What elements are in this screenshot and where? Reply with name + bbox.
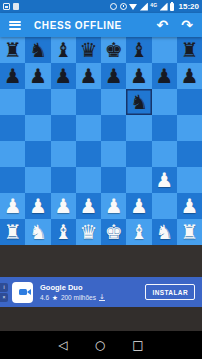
alarm-icon xyxy=(120,3,127,10)
square-e8[interactable]: ♚ xyxy=(101,37,126,63)
data-saver-icon xyxy=(110,3,117,10)
ad-app-name[interactable]: Google Duo xyxy=(40,283,105,292)
background-gap xyxy=(0,245,202,277)
square-e3[interactable] xyxy=(101,167,126,193)
square-f5[interactable] xyxy=(126,115,151,141)
black-bishop: ♝ xyxy=(130,38,148,63)
square-d2[interactable]: ♟ xyxy=(76,193,101,219)
square-a2[interactable]: ♟ xyxy=(0,193,25,219)
square-c8[interactable]: ♝ xyxy=(51,37,76,63)
navigation-bar: ◁ ○ □ xyxy=(0,331,202,359)
square-g8[interactable] xyxy=(152,37,177,63)
white-pawn: ♟ xyxy=(180,194,198,219)
square-c4[interactable] xyxy=(51,141,76,167)
square-b4[interactable] xyxy=(25,141,50,167)
star-icon: ★ xyxy=(52,294,58,302)
home-icon[interactable]: ○ xyxy=(95,339,105,351)
square-h7[interactable]: ♟ xyxy=(177,63,202,89)
square-b5[interactable] xyxy=(25,115,50,141)
white-pawn: ♟ xyxy=(4,194,22,219)
square-b3[interactable] xyxy=(25,167,50,193)
black-pawn: ♟ xyxy=(29,64,47,89)
square-b8[interactable]: ♞ xyxy=(25,37,50,63)
square-f6[interactable]: ♞ xyxy=(126,89,151,115)
menu-icon[interactable] xyxy=(9,21,21,30)
square-e6[interactable] xyxy=(101,89,126,115)
black-bishop: ♝ xyxy=(54,38,72,63)
square-a6[interactable] xyxy=(0,89,25,115)
square-c6[interactable] xyxy=(51,89,76,115)
square-f4[interactable] xyxy=(126,141,151,167)
square-g7[interactable]: ♟ xyxy=(152,63,177,89)
undo-icon[interactable]: ↶ xyxy=(157,18,169,32)
white-pawn: ♟ xyxy=(29,194,47,219)
white-queen: ♛ xyxy=(79,220,97,245)
wifi-icon xyxy=(129,4,137,10)
square-g2[interactable] xyxy=(152,193,177,219)
square-b7[interactable]: ♟ xyxy=(25,63,50,89)
square-e5[interactable] xyxy=(101,115,126,141)
battery-icon xyxy=(170,3,174,11)
square-h8[interactable]: ♜ xyxy=(177,37,202,63)
square-a4[interactable] xyxy=(0,141,25,167)
black-pawn: ♟ xyxy=(180,64,198,89)
square-b2[interactable]: ♟ xyxy=(25,193,50,219)
square-e1[interactable]: ♚ xyxy=(101,219,126,245)
square-d7[interactable]: ♟ xyxy=(76,63,101,89)
black-pawn: ♟ xyxy=(130,64,148,89)
square-d5[interactable] xyxy=(76,115,101,141)
square-f2[interactable]: ♟ xyxy=(126,193,151,219)
square-f8[interactable]: ♝ xyxy=(126,37,151,63)
square-g1[interactable]: ♞ xyxy=(152,219,177,245)
black-pawn: ♟ xyxy=(105,64,123,89)
white-bishop: ♝ xyxy=(130,220,148,245)
square-g4[interactable] xyxy=(152,141,177,167)
recents-icon[interactable]: □ xyxy=(132,339,143,351)
square-b1[interactable]: ♞ xyxy=(25,219,50,245)
square-a5[interactable] xyxy=(0,115,25,141)
white-pawn: ♟ xyxy=(105,194,123,219)
square-c1[interactable]: ♝ xyxy=(51,219,76,245)
white-pawn: ♟ xyxy=(155,168,173,193)
signal-icon-2 xyxy=(160,3,168,11)
network-type-label: 4G xyxy=(150,3,157,8)
black-king: ♚ xyxy=(105,38,123,63)
square-f7[interactable]: ♟ xyxy=(126,63,151,89)
square-a7[interactable]: ♟ xyxy=(0,63,25,89)
clock-text: 15:20 xyxy=(179,2,199,11)
black-queen: ♛ xyxy=(79,38,97,63)
install-button[interactable]: INSTALAR xyxy=(145,284,195,300)
video-camera-icon xyxy=(19,289,27,295)
square-g3[interactable]: ♟ xyxy=(152,167,177,193)
app-title: CHESS OFFLINE xyxy=(34,20,122,31)
white-knight: ♞ xyxy=(155,220,173,245)
square-f1[interactable]: ♝ xyxy=(126,219,151,245)
google-duo-app-icon[interactable] xyxy=(12,282,33,303)
black-knight: ♞ xyxy=(130,90,148,115)
black-knight: ♞ xyxy=(29,38,47,63)
square-h3[interactable] xyxy=(177,167,202,193)
black-rook: ♜ xyxy=(180,38,198,63)
ad-choices: i × xyxy=(0,277,9,307)
white-pawn: ♟ xyxy=(130,194,148,219)
notification-icon-2 xyxy=(13,3,19,10)
square-c2[interactable]: ♟ xyxy=(51,193,76,219)
status-bar: 4G 15:20 xyxy=(0,0,202,13)
black-pawn: ♟ xyxy=(4,64,22,89)
black-pawn: ♟ xyxy=(155,64,173,89)
square-g5[interactable] xyxy=(152,115,177,141)
square-e7[interactable]: ♟ xyxy=(101,63,126,89)
signal-icon-1 xyxy=(140,3,148,11)
square-d6[interactable] xyxy=(76,89,101,115)
redo-icon[interactable]: ↷ xyxy=(181,18,193,32)
square-f3[interactable] xyxy=(126,167,151,193)
square-b6[interactable] xyxy=(25,89,50,115)
black-rook: ♜ xyxy=(4,38,22,63)
ad-info-icon[interactable]: i xyxy=(0,283,8,292)
square-d1[interactable]: ♛ xyxy=(76,219,101,245)
back-icon[interactable]: ◁ xyxy=(58,339,67,351)
square-e2[interactable]: ♟ xyxy=(101,193,126,219)
square-d3[interactable] xyxy=(76,167,101,193)
square-c3[interactable] xyxy=(51,167,76,193)
phone-screen: 4G 15:20 CHESS OFFLINE ↶ ↷ ♜♞♝♛♚♝♜♟♟♟♟♟♟… xyxy=(0,0,202,359)
black-pawn: ♟ xyxy=(79,64,97,89)
white-bishop: ♝ xyxy=(54,220,72,245)
white-rook: ♜ xyxy=(4,220,22,245)
square-h4[interactable] xyxy=(177,141,202,167)
white-pawn: ♟ xyxy=(54,194,72,219)
black-pawn: ♟ xyxy=(54,64,72,89)
ad-rating: 4.6 xyxy=(40,294,49,301)
white-knight: ♞ xyxy=(29,220,47,245)
square-e4[interactable] xyxy=(101,141,126,167)
white-king: ♚ xyxy=(105,220,123,245)
background-strip xyxy=(0,307,202,331)
square-g6[interactable] xyxy=(152,89,177,115)
ad-close-icon[interactable]: × xyxy=(0,293,8,302)
notification-icon-1 xyxy=(3,3,10,10)
ad-banner[interactable]: i × Google Duo 4.6 ★ 200 milhões ↓ INSTA… xyxy=(0,277,202,307)
square-h2[interactable]: ♟ xyxy=(177,193,202,219)
square-c5[interactable] xyxy=(51,115,76,141)
square-d4[interactable] xyxy=(76,141,101,167)
ad-meta-row: 4.6 ★ 200 milhões ↓ xyxy=(40,294,105,302)
square-h5[interactable] xyxy=(177,115,202,141)
square-a1[interactable]: ♜ xyxy=(0,219,25,245)
chess-board: ♜♞♝♛♚♝♜♟♟♟♟♟♟♟♟♞♟♟♟♟♟♟♟♟♜♞♝♛♚♝♞♜ xyxy=(0,37,202,245)
square-h1[interactable]: ♜ xyxy=(177,219,202,245)
ad-installs: 200 milhões xyxy=(61,294,96,301)
square-d8[interactable]: ♛ xyxy=(76,37,101,63)
white-pawn: ♟ xyxy=(79,194,97,219)
square-a8[interactable]: ♜ xyxy=(0,37,25,63)
square-a3[interactable] xyxy=(0,167,25,193)
download-icon: ↓ xyxy=(99,294,105,301)
square-h6[interactable] xyxy=(177,89,202,115)
white-rook: ♜ xyxy=(180,220,198,245)
square-c7[interactable]: ♟ xyxy=(51,63,76,89)
app-bar: CHESS OFFLINE ↶ ↷ xyxy=(0,13,202,37)
